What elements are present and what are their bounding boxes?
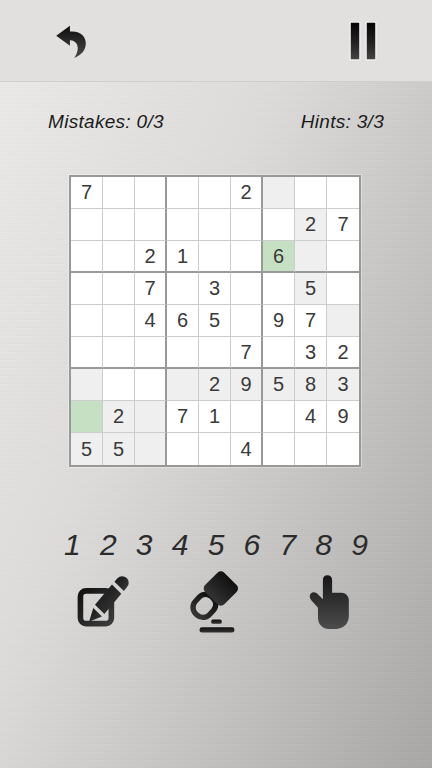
sudoku-cell-r9c2[interactable]: 5	[103, 433, 135, 465]
sudoku-cell-r8c5[interactable]: 1	[199, 401, 231, 433]
sudoku-cell-r8c7[interactable]	[263, 401, 295, 433]
sudoku-cell-r3c2[interactable]	[103, 241, 135, 273]
sudoku-cell-r9c1[interactable]: 5	[71, 433, 103, 465]
sudoku-cell-r4c9[interactable]	[327, 273, 359, 305]
sudoku-cell-r1c3[interactable]	[135, 177, 167, 209]
sudoku-cell-r4c7[interactable]	[263, 273, 295, 305]
sudoku-cell-r7c8[interactable]: 8	[295, 369, 327, 401]
sudoku-cell-r4c2[interactable]	[103, 273, 135, 305]
sudoku-cell-r3c4[interactable]: 1	[167, 241, 199, 273]
sudoku-cell-r7c4[interactable]	[167, 369, 199, 401]
numpad-1[interactable]: 1	[64, 527, 81, 563]
eraser-icon	[185, 569, 247, 637]
sudoku-cell-r6c3[interactable]	[135, 337, 167, 369]
sudoku-cell-r6c9[interactable]: 2	[327, 337, 359, 369]
sudoku-cell-r2c9[interactable]: 7	[327, 209, 359, 241]
sudoku-cell-r9c5[interactable]	[199, 433, 231, 465]
hand-pointer-icon	[307, 573, 353, 633]
sudoku-cell-r6c1[interactable]	[71, 337, 103, 369]
sudoku-cell-r7c2[interactable]	[103, 369, 135, 401]
sudoku-cell-r6c8[interactable]: 3	[295, 337, 327, 369]
sudoku-cell-r3c3[interactable]: 2	[135, 241, 167, 273]
top-bar	[0, 0, 432, 82]
sudoku-cell-r5c1[interactable]	[71, 305, 103, 337]
sudoku-cell-r7c9[interactable]: 3	[327, 369, 359, 401]
back-button[interactable]	[52, 22, 90, 60]
sudoku-cell-r7c6[interactable]: 9	[231, 369, 263, 401]
numpad-6[interactable]: 6	[244, 527, 261, 563]
sudoku-cell-r2c4[interactable]	[167, 209, 199, 241]
sudoku-cell-r4c1[interactable]	[71, 273, 103, 305]
sudoku-cell-r1c4[interactable]	[167, 177, 199, 209]
sudoku-cell-r8c1[interactable]	[71, 401, 103, 433]
numpad-7[interactable]: 7	[279, 527, 296, 563]
sudoku-cell-r6c7[interactable]	[263, 337, 295, 369]
numpad-4[interactable]: 4	[172, 527, 189, 563]
sudoku-cell-r3c6[interactable]	[231, 241, 263, 273]
sudoku-cell-r3c8[interactable]	[295, 241, 327, 273]
sudoku-cell-r2c2[interactable]	[103, 209, 135, 241]
sudoku-cell-r5c7[interactable]: 9	[263, 305, 295, 337]
sudoku-cell-r1c2[interactable]	[103, 177, 135, 209]
sudoku-cell-r4c6[interactable]	[231, 273, 263, 305]
sudoku-cell-r4c5[interactable]: 3	[199, 273, 231, 305]
sudoku-cell-r4c3[interactable]: 7	[135, 273, 167, 305]
sudoku-cell-r5c6[interactable]	[231, 305, 263, 337]
sudoku-cell-r3c5[interactable]	[199, 241, 231, 273]
numpad-5[interactable]: 5	[208, 527, 225, 563]
sudoku-cell-r9c8[interactable]	[295, 433, 327, 465]
sudoku-cell-r8c9[interactable]: 9	[327, 401, 359, 433]
numpad-9[interactable]: 9	[351, 527, 368, 563]
numpad-3[interactable]: 3	[136, 527, 153, 563]
sudoku-cell-r5c4[interactable]: 6	[167, 305, 199, 337]
sudoku-cell-r1c6[interactable]: 2	[231, 177, 263, 209]
number-pad: 123456789	[64, 527, 368, 563]
sudoku-cell-r8c3[interactable]	[135, 401, 167, 433]
sudoku-cell-r2c5[interactable]	[199, 209, 231, 241]
sudoku-cell-r2c6[interactable]	[231, 209, 263, 241]
sudoku-cell-r9c6[interactable]: 4	[231, 433, 263, 465]
sudoku-cell-r9c4[interactable]	[167, 433, 199, 465]
sudoku-cell-r7c3[interactable]	[135, 369, 167, 401]
sudoku-cell-r2c1[interactable]	[71, 209, 103, 241]
sudoku-cell-r8c6[interactable]	[231, 401, 263, 433]
sudoku-cell-r2c3[interactable]	[135, 209, 167, 241]
sudoku-cell-r3c9[interactable]	[327, 241, 359, 273]
numpad-8[interactable]: 8	[315, 527, 332, 563]
sudoku-cell-r9c9[interactable]	[327, 433, 359, 465]
pause-icon	[346, 20, 380, 62]
sudoku-cell-r7c1[interactable]	[71, 369, 103, 401]
mistakes-label: Mistakes: 0/3	[48, 111, 164, 133]
sudoku-cell-r7c5[interactable]: 2	[199, 369, 231, 401]
sudoku-cell-r2c8[interactable]: 2	[295, 209, 327, 241]
sudoku-cell-r9c7[interactable]	[263, 433, 295, 465]
sudoku-cell-r3c7[interactable]: 6	[263, 241, 295, 273]
sudoku-cell-r4c4[interactable]	[167, 273, 199, 305]
sudoku-cell-r1c9[interactable]	[327, 177, 359, 209]
sudoku-cell-r5c3[interactable]: 4	[135, 305, 167, 337]
sudoku-cell-r5c5[interactable]: 5	[199, 305, 231, 337]
sudoku-cell-r5c9[interactable]	[327, 305, 359, 337]
sudoku-cell-r5c2[interactable]	[103, 305, 135, 337]
numpad-2[interactable]: 2	[100, 527, 117, 563]
pencil-edit-icon	[72, 573, 132, 633]
sudoku-cell-r8c4[interactable]: 7	[167, 401, 199, 433]
sudoku-cell-r1c7[interactable]	[263, 177, 295, 209]
notes-button[interactable]	[70, 567, 134, 639]
sudoku-cell-r6c5[interactable]	[199, 337, 231, 369]
sudoku-cell-r5c8[interactable]: 7	[295, 305, 327, 337]
touch-button[interactable]	[298, 567, 362, 639]
sudoku-cell-r8c2[interactable]: 2	[103, 401, 135, 433]
eraser-button[interactable]	[184, 567, 248, 639]
sudoku-grid: 7227216735465977322958327149554	[69, 175, 361, 467]
sudoku-cell-r1c8[interactable]	[295, 177, 327, 209]
back-undo-arrow-icon	[52, 22, 90, 60]
sudoku-cell-r2c7[interactable]	[263, 209, 295, 241]
sudoku-cell-r6c4[interactable]	[167, 337, 199, 369]
pause-button[interactable]	[346, 20, 380, 62]
sudoku-cell-r1c5[interactable]	[199, 177, 231, 209]
sudoku-cell-r1c1[interactable]: 7	[71, 177, 103, 209]
sudoku-cell-r7c7[interactable]: 5	[263, 369, 295, 401]
sudoku-cell-r6c2[interactable]	[103, 337, 135, 369]
hints-label: Hints: 3/3	[301, 111, 384, 133]
sudoku-cell-r9c3[interactable]	[135, 433, 167, 465]
tools-row	[70, 566, 362, 640]
status-row: Mistakes: 0/3 Hints: 3/3	[0, 106, 432, 138]
sudoku-cell-r6c6[interactable]: 7	[231, 337, 263, 369]
sudoku-cell-r3c1[interactable]	[71, 241, 103, 273]
sudoku-cell-r4c8[interactable]: 5	[295, 273, 327, 305]
sudoku-cell-r8c8[interactable]: 4	[295, 401, 327, 433]
